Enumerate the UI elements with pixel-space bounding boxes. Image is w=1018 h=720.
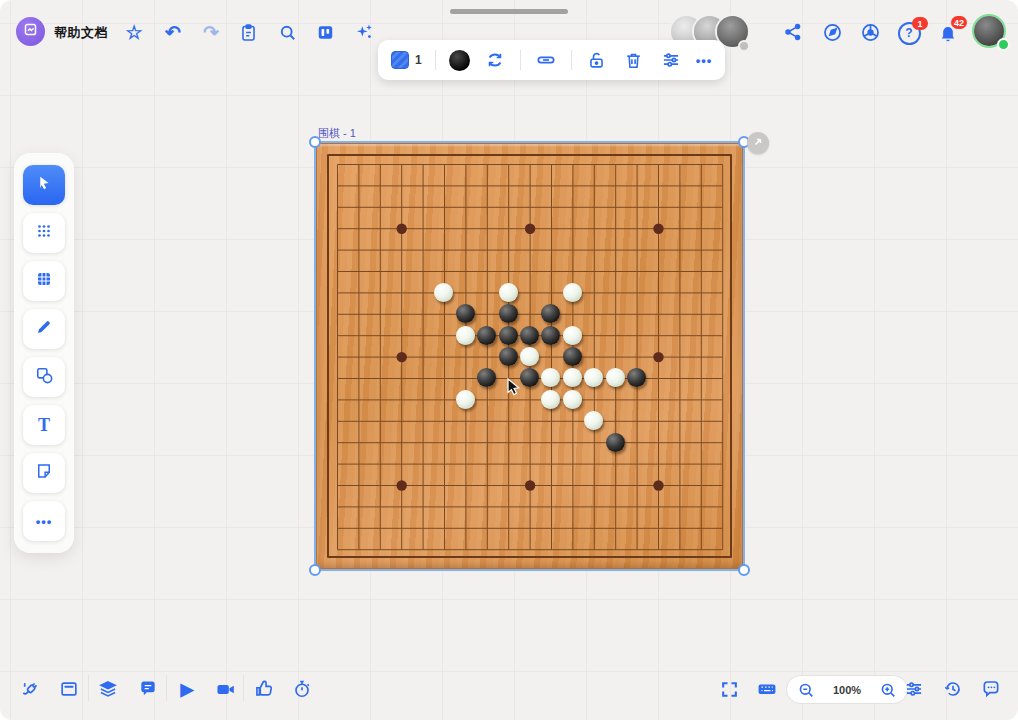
board-intersection[interactable]	[369, 389, 390, 410]
board-intersection[interactable]	[562, 196, 583, 217]
favorite-star-button[interactable]: ☆	[122, 20, 146, 44]
white-stone[interactable]: ○	[563, 283, 582, 302]
board-intersection[interactable]	[711, 496, 732, 517]
clipboard-button[interactable]	[236, 20, 260, 44]
board-intersection[interactable]	[604, 538, 625, 559]
board-intersection[interactable]: ●	[519, 324, 540, 345]
board-intersection[interactable]	[369, 431, 390, 452]
board-intersection[interactable]: ○	[455, 389, 476, 410]
board-intersection[interactable]	[455, 410, 476, 431]
board-intersection[interactable]	[455, 474, 476, 495]
board-intersection[interactable]: ○	[540, 367, 561, 388]
board-intersection[interactable]	[690, 431, 711, 452]
help-doc-link[interactable]: 帮助文档	[54, 24, 108, 42]
board-intersection[interactable]	[604, 453, 625, 474]
board-intersection[interactable]	[669, 496, 690, 517]
tool-board-widget[interactable]	[23, 261, 65, 301]
board-intersection[interactable]	[412, 153, 433, 174]
board-intersection[interactable]: ●	[626, 367, 647, 388]
board-intersection[interactable]	[348, 431, 369, 452]
whiteboard-logo[interactable]	[16, 17, 45, 46]
feedback-button[interactable]	[979, 677, 1003, 701]
board-intersection[interactable]	[390, 217, 411, 238]
board-intersection[interactable]	[390, 303, 411, 324]
board-intersection[interactable]	[326, 453, 347, 474]
board-intersection[interactable]: ○	[455, 324, 476, 345]
board-intersection[interactable]	[647, 346, 668, 367]
board-intersection[interactable]	[690, 260, 711, 281]
board-intersection[interactable]	[711, 367, 732, 388]
board-intersection[interactable]	[369, 538, 390, 559]
board-intersection[interactable]	[519, 175, 540, 196]
board-intersection[interactable]	[647, 389, 668, 410]
window-drag-handle[interactable]	[450, 9, 568, 14]
board-intersection[interactable]	[390, 282, 411, 303]
board-intersection[interactable]	[604, 153, 625, 174]
board-intersection[interactable]	[669, 303, 690, 324]
board-intersection[interactable]	[540, 175, 561, 196]
board-intersection[interactable]	[604, 196, 625, 217]
keyboard-button[interactable]	[755, 677, 779, 701]
stone-color-button[interactable]	[449, 50, 470, 71]
black-stone[interactable]: ●	[456, 304, 475, 323]
board-intersection[interactable]	[390, 153, 411, 174]
board-intersection[interactable]	[433, 517, 454, 538]
restart-button[interactable]	[483, 48, 507, 72]
board-intersection[interactable]	[647, 517, 668, 538]
board-intersection[interactable]	[583, 389, 604, 410]
black-stone[interactable]: ●	[541, 326, 560, 345]
board-intersection[interactable]	[369, 196, 390, 217]
board-intersection[interactable]	[711, 239, 732, 260]
board-intersection[interactable]	[583, 453, 604, 474]
white-stone[interactable]: ○	[541, 390, 560, 409]
board-intersection[interactable]	[711, 431, 732, 452]
board-intersection[interactable]	[326, 389, 347, 410]
board-intersection[interactable]	[519, 196, 540, 217]
board-intersection[interactable]	[497, 474, 518, 495]
history-button[interactable]	[941, 677, 965, 701]
board-intersection[interactable]	[348, 282, 369, 303]
board-intersection[interactable]	[455, 496, 476, 517]
template-board-button[interactable]	[313, 20, 337, 44]
board-intersection[interactable]	[433, 239, 454, 260]
board-intersection[interactable]	[326, 217, 347, 238]
plugin-button[interactable]	[18, 677, 42, 701]
zoom-in-button[interactable]	[876, 678, 900, 702]
board-intersection[interactable]	[647, 217, 668, 238]
board-intersection[interactable]	[326, 175, 347, 196]
board-intersection[interactable]	[626, 389, 647, 410]
board-intersection[interactable]	[455, 453, 476, 474]
board-intersection[interactable]	[369, 453, 390, 474]
black-stone[interactable]: ●	[606, 433, 625, 452]
board-intersection[interactable]	[455, 260, 476, 281]
board-intersection[interactable]	[519, 153, 540, 174]
board-intersection[interactable]	[348, 367, 369, 388]
board-intersection[interactable]	[626, 153, 647, 174]
board-intersection[interactable]	[647, 367, 668, 388]
board-intersection[interactable]	[711, 153, 732, 174]
board-intersection[interactable]	[348, 410, 369, 431]
board-intersection[interactable]	[412, 431, 433, 452]
selection-handle[interactable]	[738, 564, 750, 576]
board-intersection[interactable]	[583, 517, 604, 538]
board-intersection[interactable]	[433, 324, 454, 345]
board-intersection[interactable]	[390, 431, 411, 452]
undo-button[interactable]: ↶	[161, 20, 185, 44]
board-intersection[interactable]	[455, 538, 476, 559]
board-intersection[interactable]	[562, 217, 583, 238]
layers-button[interactable]	[96, 677, 120, 701]
board-intersection[interactable]	[326, 153, 347, 174]
board-intersection[interactable]	[583, 175, 604, 196]
board-intersection[interactable]	[476, 453, 497, 474]
board-intersection[interactable]	[476, 431, 497, 452]
board-intersection[interactable]	[626, 538, 647, 559]
board-intersection[interactable]	[369, 410, 390, 431]
black-stone[interactable]: ●	[563, 347, 582, 366]
board-intersection[interactable]: ○	[562, 282, 583, 303]
comment-button[interactable]	[136, 677, 160, 701]
board-intersection[interactable]	[433, 410, 454, 431]
board-intersection[interactable]	[519, 239, 540, 260]
black-stone[interactable]: ●	[541, 304, 560, 323]
board-intersection[interactable]	[433, 303, 454, 324]
board-intersection[interactable]	[433, 260, 454, 281]
board-intersection[interactable]	[455, 239, 476, 260]
white-stone[interactable]: ○	[606, 368, 625, 387]
board-intersection[interactable]	[540, 496, 561, 517]
board-intersection[interactable]	[711, 324, 732, 345]
board-intersection[interactable]	[390, 474, 411, 495]
board-intersection[interactable]	[390, 410, 411, 431]
board-intersection[interactable]	[326, 410, 347, 431]
board-intersection[interactable]	[690, 282, 711, 303]
board-intersection[interactable]	[497, 260, 518, 281]
board-intersection[interactable]	[711, 175, 732, 196]
tool-shapes[interactable]	[23, 357, 65, 397]
board-intersection[interactable]	[369, 324, 390, 345]
board-intersection[interactable]: ●	[562, 346, 583, 367]
board-intersection[interactable]	[583, 346, 604, 367]
board-intersection[interactable]	[433, 474, 454, 495]
board-intersection[interactable]	[583, 431, 604, 452]
board-intersection[interactable]	[711, 196, 732, 217]
board-intersection[interactable]	[390, 389, 411, 410]
board-intersection[interactable]	[348, 517, 369, 538]
board-intersection[interactable]	[326, 282, 347, 303]
board-intersection[interactable]	[455, 346, 476, 367]
board-intersection[interactable]	[669, 175, 690, 196]
board-intersection[interactable]	[669, 260, 690, 281]
board-intersection[interactable]	[562, 517, 583, 538]
board-intersection[interactable]	[348, 453, 369, 474]
board-intersection[interactable]	[455, 517, 476, 538]
board-intersection[interactable]	[604, 517, 625, 538]
board-intersection[interactable]	[497, 517, 518, 538]
like-button[interactable]	[252, 677, 276, 701]
board-intersection[interactable]	[476, 196, 497, 217]
board-intersection[interactable]	[540, 453, 561, 474]
board-intersection[interactable]	[390, 175, 411, 196]
more-button[interactable]: •••	[696, 53, 713, 68]
board-intersection[interactable]	[669, 153, 690, 174]
board-intersection[interactable]	[326, 538, 347, 559]
board-intersection[interactable]	[433, 217, 454, 238]
board-intersection[interactable]	[390, 346, 411, 367]
tool-sticky-note[interactable]	[23, 453, 65, 493]
board-intersection[interactable]	[326, 260, 347, 281]
board-intersection[interactable]	[690, 367, 711, 388]
board-intersection[interactable]	[690, 153, 711, 174]
board-intersection[interactable]	[626, 303, 647, 324]
board-intersection[interactable]	[626, 282, 647, 303]
board-intersection[interactable]	[412, 453, 433, 474]
compass-button[interactable]	[820, 20, 844, 44]
board-intersection[interactable]	[348, 153, 369, 174]
board-intersection[interactable]	[540, 410, 561, 431]
board-intersection[interactable]	[647, 239, 668, 260]
board-intersection[interactable]	[540, 196, 561, 217]
board-intersection[interactable]	[562, 496, 583, 517]
board-intersection[interactable]	[519, 517, 540, 538]
board-intersection[interactable]	[626, 496, 647, 517]
board-intersection[interactable]	[412, 538, 433, 559]
board-intersection[interactable]	[497, 239, 518, 260]
board-intersection[interactable]	[562, 153, 583, 174]
black-stone[interactable]: ●	[499, 304, 518, 323]
board-intersection[interactable]	[433, 431, 454, 452]
board-intersection[interactable]	[519, 410, 540, 431]
board-intersection[interactable]: ●	[497, 303, 518, 324]
black-stone[interactable]: ●	[477, 326, 496, 345]
board-intersection[interactable]: ○	[583, 367, 604, 388]
board-intersection[interactable]: ○	[562, 367, 583, 388]
board-intersection[interactable]: ●	[540, 324, 561, 345]
board-intersection[interactable]	[433, 175, 454, 196]
board-intersection[interactable]	[626, 474, 647, 495]
board-intersection[interactable]	[690, 217, 711, 238]
board-intersection[interactable]	[369, 346, 390, 367]
board-intersection[interactable]	[690, 453, 711, 474]
board-intersection[interactable]	[626, 410, 647, 431]
board-intersection[interactable]	[583, 196, 604, 217]
board-intersection[interactable]	[562, 410, 583, 431]
board-intersection[interactable]	[433, 196, 454, 217]
board-intersection[interactable]: ●	[604, 431, 625, 452]
board-intersection[interactable]	[647, 153, 668, 174]
board-intersection[interactable]	[369, 496, 390, 517]
board-intersection[interactable]	[583, 303, 604, 324]
board-intersection[interactable]	[604, 239, 625, 260]
board-intersection[interactable]	[604, 303, 625, 324]
board-intersection[interactable]	[476, 217, 497, 238]
board-intersection[interactable]	[369, 517, 390, 538]
board-intersection[interactable]	[669, 474, 690, 495]
board-intersection[interactable]	[540, 517, 561, 538]
board-intersection[interactable]	[690, 410, 711, 431]
board-intersection[interactable]	[497, 175, 518, 196]
board-intersection[interactable]	[540, 217, 561, 238]
board-intersection[interactable]	[711, 389, 732, 410]
board-intersection[interactable]	[497, 431, 518, 452]
board-intersection[interactable]	[647, 175, 668, 196]
board-intersection[interactable]	[669, 431, 690, 452]
board-intersection[interactable]	[476, 260, 497, 281]
board-intersection[interactable]	[476, 282, 497, 303]
board-intersection[interactable]	[519, 260, 540, 281]
board-intersection[interactable]	[669, 517, 690, 538]
board-intersection[interactable]	[348, 260, 369, 281]
board-intersection[interactable]	[690, 175, 711, 196]
board-intersection[interactable]	[626, 196, 647, 217]
board-intersection[interactable]	[562, 474, 583, 495]
board-intersection[interactable]	[476, 410, 497, 431]
board-intersection[interactable]	[583, 282, 604, 303]
tool-text[interactable]: T	[23, 405, 65, 445]
board-intersection[interactable]	[369, 367, 390, 388]
board-intersection[interactable]	[604, 324, 625, 345]
board-intersection[interactable]	[348, 217, 369, 238]
go-board[interactable]: ○○○●●●○●●●●○●○●●●○○○○●○○○○●	[316, 143, 743, 569]
board-intersection[interactable]	[455, 431, 476, 452]
zoom-out-button[interactable]	[794, 678, 818, 702]
board-intersection[interactable]	[412, 282, 433, 303]
board-intersection[interactable]	[583, 239, 604, 260]
tool-select[interactable]	[23, 165, 65, 205]
white-stone[interactable]: ○	[541, 368, 560, 387]
board-intersection[interactable]	[455, 217, 476, 238]
board-intersection[interactable]	[669, 282, 690, 303]
board-intersection[interactable]	[519, 431, 540, 452]
board-intersection[interactable]	[326, 496, 347, 517]
white-stone[interactable]: ○	[584, 368, 603, 387]
board-intersection[interactable]	[455, 196, 476, 217]
white-stone[interactable]: ○	[456, 390, 475, 409]
board-intersection[interactable]	[412, 260, 433, 281]
board-intersection[interactable]	[540, 153, 561, 174]
black-stone[interactable]: ●	[520, 368, 539, 387]
board-intersection[interactable]	[412, 303, 433, 324]
white-stone[interactable]: ○	[563, 368, 582, 387]
board-intersection[interactable]	[497, 453, 518, 474]
board-intersection[interactable]	[455, 367, 476, 388]
board-intersection[interactable]	[497, 217, 518, 238]
zoom-level[interactable]: 100%	[833, 684, 861, 696]
board-intersection[interactable]	[476, 303, 497, 324]
board-intersection[interactable]	[647, 303, 668, 324]
board-intersection[interactable]	[711, 217, 732, 238]
black-stone[interactable]: ●	[499, 347, 518, 366]
board-intersection[interactable]	[626, 324, 647, 345]
board-intersection[interactable]	[369, 153, 390, 174]
board-intersection[interactable]	[647, 496, 668, 517]
board-intersection[interactable]	[369, 260, 390, 281]
board-intersection[interactable]	[348, 538, 369, 559]
board-intersection[interactable]: ●	[455, 303, 476, 324]
board-intersection[interactable]	[626, 239, 647, 260]
share-button[interactable]	[781, 20, 805, 44]
board-intersection[interactable]	[519, 538, 540, 559]
board-intersection[interactable]	[604, 410, 625, 431]
board-intersection[interactable]	[497, 196, 518, 217]
board-intersection[interactable]	[433, 538, 454, 559]
tool-more[interactable]: •••	[23, 501, 65, 541]
board-intersection[interactable]	[455, 153, 476, 174]
wheel-button[interactable]	[858, 20, 882, 44]
board-intersection[interactable]	[348, 196, 369, 217]
board-intersection[interactable]	[497, 153, 518, 174]
board-intersection[interactable]	[390, 538, 411, 559]
board-intersection[interactable]	[562, 303, 583, 324]
board-intersection[interactable]	[433, 346, 454, 367]
board-intersection[interactable]	[669, 453, 690, 474]
board-intersection[interactable]: ○	[604, 367, 625, 388]
selection-handle[interactable]	[309, 136, 321, 148]
board-intersection[interactable]	[583, 496, 604, 517]
board-intersection[interactable]	[348, 389, 369, 410]
board-intersection[interactable]	[412, 239, 433, 260]
board-intersection[interactable]	[690, 496, 711, 517]
board-intersection[interactable]	[604, 282, 625, 303]
board-intersection[interactable]: ●	[497, 346, 518, 367]
board-intersection[interactable]	[369, 175, 390, 196]
board-intersection[interactable]	[390, 517, 411, 538]
delete-button[interactable]	[622, 48, 646, 72]
board-intersection[interactable]	[433, 367, 454, 388]
board-intersection[interactable]	[326, 196, 347, 217]
board-intersection[interactable]	[626, 453, 647, 474]
black-stone[interactable]: ●	[520, 326, 539, 345]
board-intersection[interactable]	[412, 175, 433, 196]
board-intersection[interactable]	[369, 282, 390, 303]
board-intersection[interactable]	[348, 474, 369, 495]
video-button[interactable]	[213, 677, 237, 701]
white-stone[interactable]: ○	[520, 347, 539, 366]
board-intersection[interactable]	[669, 346, 690, 367]
board-intersection[interactable]: ○	[433, 282, 454, 303]
black-stone[interactable]: ●	[477, 368, 496, 387]
white-stone[interactable]: ○	[456, 326, 475, 345]
board-intersection[interactable]	[562, 538, 583, 559]
board-intersection[interactable]	[369, 303, 390, 324]
board-intersection[interactable]	[604, 260, 625, 281]
board-intersection[interactable]	[540, 431, 561, 452]
board-intersection[interactable]	[369, 239, 390, 260]
link-button[interactable]	[534, 48, 558, 72]
black-stone[interactable]: ●	[499, 326, 518, 345]
board-intersection[interactable]	[711, 538, 732, 559]
board-intersection[interactable]	[711, 474, 732, 495]
board-intersection[interactable]	[348, 324, 369, 345]
board-intersection[interactable]	[390, 239, 411, 260]
board-intersection[interactable]: ○	[497, 282, 518, 303]
timer-button[interactable]	[290, 677, 314, 701]
board-intersection[interactable]	[604, 389, 625, 410]
frame-button[interactable]	[57, 677, 81, 701]
board-intersection[interactable]	[669, 324, 690, 345]
board-intersection[interactable]	[690, 517, 711, 538]
board-intersection[interactable]	[476, 153, 497, 174]
board-intersection[interactable]: ●	[476, 324, 497, 345]
board-intersection[interactable]	[519, 474, 540, 495]
board-intersection[interactable]	[690, 389, 711, 410]
board-intersection[interactable]	[433, 389, 454, 410]
board-intersection[interactable]: ○	[540, 389, 561, 410]
white-stone[interactable]: ○	[563, 390, 582, 409]
board-intersection[interactable]	[540, 538, 561, 559]
